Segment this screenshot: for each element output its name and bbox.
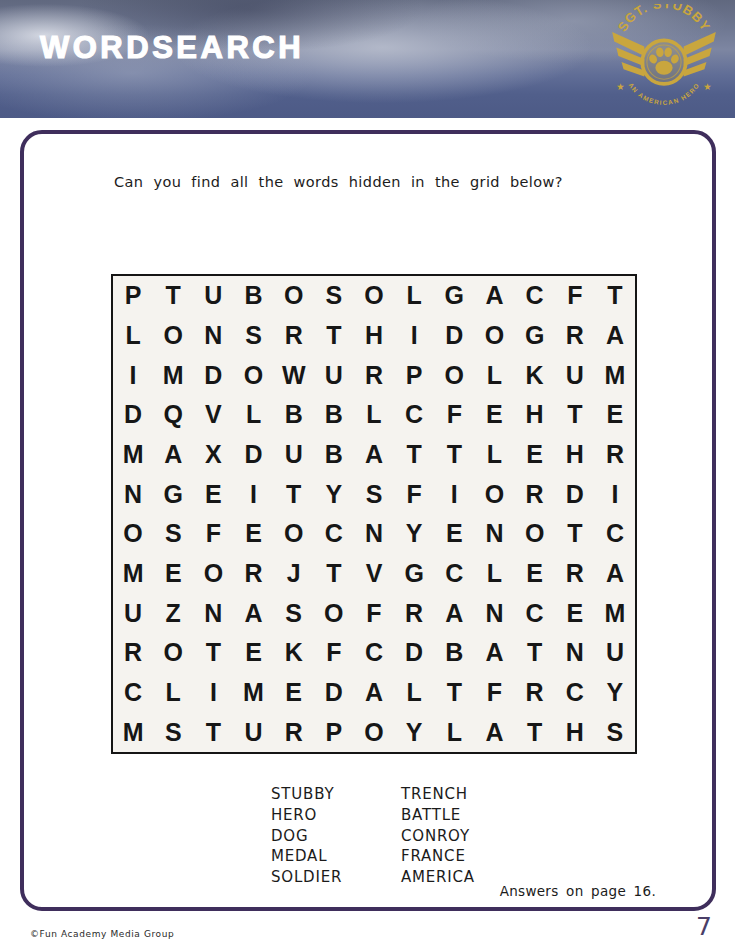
grid-cell: D <box>555 474 595 514</box>
grid-cell: M <box>113 712 153 752</box>
word-col-2: TRENCHBATTLECONROYFRANCEAMERICA <box>401 784 475 888</box>
grid-cell: A <box>595 316 635 356</box>
grid-cell: R <box>515 474 555 514</box>
grid-cell: K <box>274 633 314 673</box>
grid-cell: H <box>354 316 394 356</box>
grid-cell: S <box>153 712 193 752</box>
grid-cell: T <box>394 435 434 475</box>
copyright: ©Fun Academy Media Group <box>30 929 174 939</box>
grid-cell: E <box>153 554 193 594</box>
grid-cell: A <box>153 435 193 475</box>
grid-cell: L <box>354 395 394 435</box>
wordsearch-grid: PTUBOSOLGACFTLONSRTHIDOGRAIMDOWURPOLKUMD… <box>111 274 637 754</box>
grid-cell: O <box>153 316 193 356</box>
grid-cell: E <box>515 435 555 475</box>
grid-cell: R <box>394 593 434 633</box>
grid-cell: B <box>274 395 314 435</box>
answers-note: Answers on page 16. <box>500 883 656 899</box>
grid-cell: I <box>394 316 434 356</box>
grid-cell: S <box>233 316 273 356</box>
grid-cell: O <box>474 316 514 356</box>
grid-cell: O <box>274 276 314 316</box>
word-item: AMERICA <box>401 867 475 888</box>
grid-cell: F <box>314 633 354 673</box>
grid-cell: R <box>354 355 394 395</box>
grid-cell: Y <box>314 474 354 514</box>
grid-cell: K <box>515 355 555 395</box>
grid-cell: O <box>193 554 233 594</box>
grid-cell: U <box>595 633 635 673</box>
grid-cell: F <box>354 593 394 633</box>
star-icon: ★ <box>703 81 711 92</box>
grid-cell: L <box>474 435 514 475</box>
grid-cell: O <box>354 712 394 752</box>
grid-cell: L <box>113 316 153 356</box>
grid-cell: L <box>233 395 273 435</box>
grid-cell: C <box>394 395 434 435</box>
grid-cell: B <box>233 276 273 316</box>
grid-cell: C <box>515 276 555 316</box>
grid-cell: F <box>555 276 595 316</box>
grid-cell: Z <box>153 593 193 633</box>
grid-cell: M <box>233 673 273 713</box>
grid-cell: M <box>595 355 635 395</box>
grid-cell: H <box>555 435 595 475</box>
grid-cell: U <box>113 593 153 633</box>
grid-cell: G <box>434 276 474 316</box>
grid-cell: B <box>434 633 474 673</box>
grid-cell: P <box>394 355 434 395</box>
grid-cell: E <box>233 514 273 554</box>
word-item: CONROY <box>401 826 475 847</box>
grid-cell: N <box>193 593 233 633</box>
content-box: Can you find all the words hidden in the… <box>20 130 716 911</box>
grid-cell: M <box>113 554 153 594</box>
word-item: HERO <box>271 805 401 826</box>
grid-cell: D <box>233 435 273 475</box>
grid-cell: G <box>153 474 193 514</box>
grid-cell: R <box>555 554 595 594</box>
grid-cell: W <box>274 355 314 395</box>
wing-right-icon <box>684 32 716 77</box>
grid-cell: T <box>434 673 474 713</box>
grid-cell: Y <box>595 673 635 713</box>
word-item: MEDAL <box>271 846 401 867</box>
grid-cell: A <box>474 712 514 752</box>
grid-cell: O <box>354 276 394 316</box>
grid-cell: A <box>434 593 474 633</box>
grid-cell: T <box>555 514 595 554</box>
grid-cell: E <box>193 474 233 514</box>
grid-cell: I <box>193 673 233 713</box>
grid-cell: I <box>113 355 153 395</box>
grid-cell: E <box>515 554 555 594</box>
grid-cell: R <box>555 316 595 356</box>
grid-cell: D <box>193 355 233 395</box>
logo-top-text: SGT. STUBBY <box>615 4 714 34</box>
grid-cell: I <box>595 474 635 514</box>
grid-cell: R <box>274 316 314 356</box>
grid-cell: S <box>274 593 314 633</box>
grid-cell: E <box>233 633 273 673</box>
grid-cell: F <box>394 474 434 514</box>
grid-cell: X <box>193 435 233 475</box>
grid-cell: N <box>474 514 514 554</box>
grid-cell: I <box>434 474 474 514</box>
grid-cell: R <box>595 435 635 475</box>
grid-cell: C <box>434 554 474 594</box>
grid-cell: O <box>515 514 555 554</box>
grid-cell: V <box>354 554 394 594</box>
grid-cell: G <box>515 316 555 356</box>
grid-cell: S <box>314 276 354 316</box>
grid-cell: L <box>153 673 193 713</box>
grid-cell: U <box>233 712 273 752</box>
grid-cell: A <box>354 435 394 475</box>
grid-cell: C <box>555 673 595 713</box>
grid-cell: T <box>314 554 354 594</box>
grid-cell: M <box>595 593 635 633</box>
grid-cell: J <box>274 554 314 594</box>
grid-cell: O <box>314 593 354 633</box>
grid-cell: N <box>555 633 595 673</box>
star-icon: ★ <box>616 81 624 92</box>
grid-cell: S <box>354 474 394 514</box>
word-item: SOLDIER <box>271 867 401 888</box>
svg-text:SGT. STUBBY: SGT. STUBBY <box>615 4 714 34</box>
grid-cell: C <box>113 673 153 713</box>
grid-cell: E <box>555 593 595 633</box>
grid-cell: L <box>434 712 474 752</box>
page-number: 7 <box>696 912 712 941</box>
grid-cell: U <box>555 355 595 395</box>
instruction-text: Can you find all the words hidden in the… <box>114 174 563 190</box>
grid-cell: M <box>153 355 193 395</box>
grid-cell: N <box>113 474 153 514</box>
grid-cell: R <box>113 633 153 673</box>
grid-cell: E <box>274 673 314 713</box>
grid-cell: E <box>595 395 635 435</box>
grid-cell: O <box>434 355 474 395</box>
worksheet-page: WORDSEARCH <box>0 0 735 951</box>
grid-cell: A <box>354 673 394 713</box>
word-item: BATTLE <box>401 805 475 826</box>
grid-cell: T <box>314 316 354 356</box>
grid-cell: O <box>153 633 193 673</box>
grid-cell: R <box>274 712 314 752</box>
grid-cell: B <box>314 395 354 435</box>
grid-cell: B <box>314 435 354 475</box>
grid-cell: T <box>193 633 233 673</box>
grid-cell: H <box>555 712 595 752</box>
grid-cell: T <box>434 435 474 475</box>
grid-cell: M <box>113 435 153 475</box>
grid-cell: U <box>314 355 354 395</box>
grid-cell: T <box>193 712 233 752</box>
grid-cell: U <box>274 435 314 475</box>
grid-cell: P <box>113 276 153 316</box>
grid-cell: T <box>274 474 314 514</box>
grid-cell: F <box>193 514 233 554</box>
word-col-1: STUBBYHERODOGMEDALSOLDIER <box>271 784 401 888</box>
grid-cell: L <box>474 554 514 594</box>
grid-cell: O <box>113 514 153 554</box>
grid-cell: A <box>233 593 273 633</box>
grid-cell: I <box>233 474 273 514</box>
grid-cell: A <box>595 554 635 594</box>
grid-cell: F <box>474 673 514 713</box>
grid-cell: D <box>314 673 354 713</box>
word-item: STUBBY <box>271 784 401 805</box>
grid-cell: E <box>434 514 474 554</box>
grid-cell: C <box>354 633 394 673</box>
grid-cell: L <box>474 355 514 395</box>
grid-cell: L <box>394 673 434 713</box>
grid-cell: S <box>595 712 635 752</box>
word-item: FRANCE <box>401 846 475 867</box>
grid-cell: A <box>474 633 514 673</box>
grid-cell: N <box>354 514 394 554</box>
grid-cell: T <box>153 276 193 316</box>
grid-cell: T <box>515 633 555 673</box>
grid-cell: N <box>474 593 514 633</box>
word-item: DOG <box>271 826 401 847</box>
grid-cell: E <box>474 395 514 435</box>
grid-cell: O <box>233 355 273 395</box>
page-title: WORDSEARCH <box>40 32 304 63</box>
grid-cell: S <box>153 514 193 554</box>
grid-cell: N <box>193 316 233 356</box>
grid-cell: T <box>555 395 595 435</box>
grid-cell: O <box>274 514 314 554</box>
grid-cell: R <box>515 673 555 713</box>
grid-cell: O <box>474 474 514 514</box>
grid-cell: R <box>233 554 273 594</box>
grid-cell: D <box>113 395 153 435</box>
sgt-stubby-logo: SGT. STUBBY AN AMERICAN HERO ★ ★ <box>607 4 721 114</box>
word-item: TRENCH <box>401 784 475 805</box>
grid-cell: C <box>595 514 635 554</box>
grid-cell: H <box>515 395 555 435</box>
grid-cell: Y <box>394 712 434 752</box>
grid-cell: C <box>515 593 555 633</box>
grid-cell: A <box>474 276 514 316</box>
grid-cell: V <box>193 395 233 435</box>
grid-cell: L <box>394 276 434 316</box>
page-header: WORDSEARCH <box>0 0 735 118</box>
grid-cell: C <box>314 514 354 554</box>
grid-cell: U <box>193 276 233 316</box>
word-list: STUBBYHERODOGMEDALSOLDIER TRENCHBATTLECO… <box>271 784 475 888</box>
grid-cell: P <box>314 712 354 752</box>
grid-cell: T <box>595 276 635 316</box>
grid-cell: Q <box>153 395 193 435</box>
grid-cell: D <box>434 316 474 356</box>
grid-cell: Y <box>394 514 434 554</box>
grid-cell: F <box>434 395 474 435</box>
grid-cell: D <box>394 633 434 673</box>
grid-cell: G <box>394 554 434 594</box>
wing-left-icon <box>612 32 644 77</box>
grid-cell: T <box>515 712 555 752</box>
